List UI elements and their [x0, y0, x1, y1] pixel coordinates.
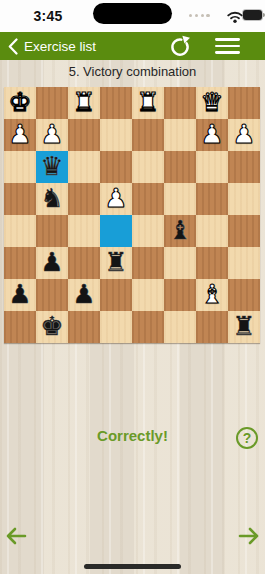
square-b6[interactable]: ♛: [36, 151, 68, 183]
square-g1[interactable]: [196, 311, 228, 343]
square-f3[interactable]: [164, 247, 196, 279]
square-c7[interactable]: [68, 119, 100, 151]
square-h4[interactable]: [228, 215, 260, 247]
square-h1[interactable]: ♜: [228, 311, 260, 343]
square-a3[interactable]: [4, 247, 36, 279]
piece-white-rook: ♜: [68, 87, 100, 119]
square-f7[interactable]: [164, 119, 196, 151]
square-f5[interactable]: [164, 183, 196, 215]
app-screen: 3:45 Exercise list 5. V: [0, 0, 265, 574]
square-a1[interactable]: [4, 311, 36, 343]
square-e5[interactable]: [132, 183, 164, 215]
square-c3[interactable]: [68, 247, 100, 279]
square-b4[interactable]: [36, 215, 68, 247]
square-d6[interactable]: [100, 151, 132, 183]
square-a2[interactable]: ♟: [4, 279, 36, 311]
piece-white-pawn: ♟: [100, 183, 132, 215]
square-g2[interactable]: ♝: [196, 279, 228, 311]
piece-white-pawn: ♟: [36, 119, 68, 151]
square-b3[interactable]: ♟: [36, 247, 68, 279]
square-a6[interactable]: [4, 151, 36, 183]
piece-black-knight: ♞: [36, 183, 68, 215]
refresh-button[interactable]: [167, 33, 193, 59]
square-e6[interactable]: [132, 151, 164, 183]
square-d3[interactable]: ♜: [100, 247, 132, 279]
square-e1[interactable]: [132, 311, 164, 343]
square-c1[interactable]: [68, 311, 100, 343]
square-d8[interactable]: [100, 87, 132, 119]
piece-white-pawn: ♟: [228, 119, 260, 151]
notch: [93, 3, 172, 24]
square-g4[interactable]: [196, 215, 228, 247]
square-d1[interactable]: [100, 311, 132, 343]
wifi-icon: [227, 9, 243, 27]
square-a8[interactable]: ♚: [4, 87, 36, 119]
square-d7[interactable]: [100, 119, 132, 151]
square-g7[interactable]: ♟: [196, 119, 228, 151]
square-a7[interactable]: ♟: [4, 119, 36, 151]
square-f4[interactable]: ♝: [164, 215, 196, 247]
square-f6[interactable]: [164, 151, 196, 183]
square-h8[interactable]: [228, 87, 260, 119]
square-g5[interactable]: [196, 183, 228, 215]
left-arrow-icon: [4, 525, 28, 547]
square-h5[interactable]: [228, 183, 260, 215]
square-g8[interactable]: ♛: [196, 87, 228, 119]
square-a4[interactable]: [4, 215, 36, 247]
piece-black-bishop: ♝: [164, 215, 196, 247]
piece-black-queen: ♛: [36, 151, 68, 183]
right-arrow-icon: [237, 525, 261, 547]
square-g6[interactable]: [196, 151, 228, 183]
square-f2[interactable]: [164, 279, 196, 311]
piece-black-pawn: ♟: [4, 279, 36, 311]
piece-white-pawn: ♟: [196, 119, 228, 151]
square-h2[interactable]: [228, 279, 260, 311]
square-e4[interactable]: [132, 215, 164, 247]
square-g3[interactable]: [196, 247, 228, 279]
exercise-title: 5. Victory combination: [0, 64, 265, 79]
piece-black-king: ♚: [36, 311, 68, 343]
square-b1[interactable]: ♚: [36, 311, 68, 343]
square-b7[interactable]: ♟: [36, 119, 68, 151]
square-e2[interactable]: [132, 279, 164, 311]
chess-board: ♚♜♜♛♟♟♟♟♛♞♟♝♟♜♟♟♝♚♜: [4, 87, 260, 343]
square-h7[interactable]: ♟: [228, 119, 260, 151]
square-h3[interactable]: [228, 247, 260, 279]
menu-button[interactable]: [215, 33, 243, 59]
status-bar: 3:45: [0, 0, 265, 32]
square-c8[interactable]: ♜: [68, 87, 100, 119]
square-c5[interactable]: [68, 183, 100, 215]
piece-white-bishop: ♝: [196, 279, 228, 311]
home-indicator[interactable]: [84, 564, 181, 569]
status-time: 3:45: [26, 8, 70, 24]
back-button[interactable]: Exercise list: [0, 32, 96, 60]
piece-black-rook: ♜: [228, 311, 260, 343]
square-d2[interactable]: [100, 279, 132, 311]
square-c4[interactable]: [68, 215, 100, 247]
square-a5[interactable]: [4, 183, 36, 215]
piece-black-pawn: ♟: [36, 247, 68, 279]
previous-exercise-button[interactable]: [4, 525, 28, 547]
square-d5[interactable]: ♟: [100, 183, 132, 215]
square-c6[interactable]: [68, 151, 100, 183]
back-button-label: Exercise list: [24, 39, 96, 54]
battery-icon: [243, 10, 262, 20]
square-b5[interactable]: ♞: [36, 183, 68, 215]
piece-white-king: ♚: [4, 87, 36, 119]
square-e3[interactable]: [132, 247, 164, 279]
back-chevron-icon: [8, 38, 18, 55]
piece-white-rook: ♜: [132, 87, 164, 119]
square-f8[interactable]: [164, 87, 196, 119]
square-e7[interactable]: [132, 119, 164, 151]
piece-white-queen: ♛: [196, 87, 228, 119]
square-b8[interactable]: [36, 87, 68, 119]
square-e8[interactable]: ♜: [132, 87, 164, 119]
square-c2[interactable]: ♟: [68, 279, 100, 311]
cellular-signal-icon: [189, 14, 210, 17]
refresh-icon: [167, 33, 193, 59]
menu-icon: [215, 38, 240, 41]
square-b2[interactable]: [36, 279, 68, 311]
piece-black-rook: ♜: [100, 247, 132, 279]
next-exercise-button[interactable]: [237, 525, 261, 547]
square-d4[interactable]: [100, 215, 132, 247]
square-f1[interactable]: [164, 311, 196, 343]
feedback-text: Correctly!: [0, 427, 265, 444]
piece-white-pawn: ♟: [4, 119, 36, 151]
piece-black-pawn: ♟: [68, 279, 100, 311]
help-button[interactable]: ?: [236, 427, 258, 449]
square-h6[interactable]: [228, 151, 260, 183]
